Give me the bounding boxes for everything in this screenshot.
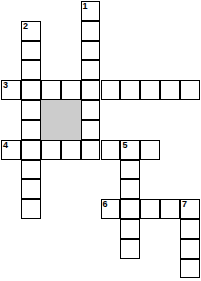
clue-number-5: 5 <box>122 141 127 150</box>
shaded-block-cell-r5c3 <box>61 100 81 120</box>
crossword-puzzle: 1234567 <box>0 0 201 281</box>
answer-cell-r7c0[interactable]: 4 <box>1 140 21 160</box>
answer-cell-r11c6[interactable] <box>120 219 140 239</box>
answer-cell-r7c7[interactable] <box>140 140 160 160</box>
answer-cell-r6c1[interactable] <box>21 120 41 140</box>
answer-cell-r3c4[interactable] <box>81 60 101 80</box>
answer-cell-r5c1[interactable] <box>21 100 41 120</box>
answer-cell-r9c1[interactable] <box>21 179 41 199</box>
answer-cell-r12c6[interactable] <box>120 239 140 259</box>
answer-cell-r2c1[interactable] <box>21 41 41 61</box>
answer-cell-r10c7[interactable] <box>140 199 160 219</box>
answer-cell-r13c9[interactable] <box>180 259 200 279</box>
answer-cell-r7c5[interactable] <box>101 140 121 160</box>
answer-cell-r4c7[interactable] <box>140 80 160 100</box>
answer-cell-r10c5[interactable]: 6 <box>101 199 121 219</box>
answer-cell-r10c1[interactable] <box>21 199 41 219</box>
answer-cell-r1c4[interactable] <box>81 21 101 41</box>
clue-number-2: 2 <box>23 22 28 31</box>
answer-cell-r2c4[interactable] <box>81 41 101 61</box>
answer-cell-r3c1[interactable] <box>21 60 41 80</box>
answer-cell-r12c9[interactable] <box>180 239 200 259</box>
answer-cell-r8c1[interactable] <box>21 160 41 180</box>
answer-cell-r10c8[interactable] <box>160 199 180 219</box>
clue-number-6: 6 <box>103 200 108 209</box>
answer-cell-r7c4[interactable] <box>81 140 101 160</box>
answer-cell-r7c1[interactable] <box>21 140 41 160</box>
answer-cell-r4c2[interactable] <box>41 80 61 100</box>
answer-cell-r4c1[interactable] <box>21 80 41 100</box>
answer-cell-r4c9[interactable] <box>180 80 200 100</box>
answer-cell-r4c4[interactable] <box>81 80 101 100</box>
answer-cell-r4c0[interactable]: 3 <box>1 80 21 100</box>
answer-cell-r8c6[interactable] <box>120 160 140 180</box>
clue-number-7: 7 <box>182 200 187 209</box>
shaded-block-cell-r6c3 <box>61 120 81 140</box>
answer-cell-r1c1[interactable]: 2 <box>21 21 41 41</box>
clue-number-4: 4 <box>3 141 8 150</box>
answer-cell-r10c6[interactable] <box>120 199 140 219</box>
answer-cell-r4c3[interactable] <box>61 80 81 100</box>
shaded-block-cell-r5c2 <box>41 100 61 120</box>
answer-cell-r7c2[interactable] <box>41 140 61 160</box>
shaded-block-cell-r6c2 <box>41 120 61 140</box>
answer-cell-r11c9[interactable] <box>180 219 200 239</box>
answer-cell-r4c8[interactable] <box>160 80 180 100</box>
answer-cell-r5c4[interactable] <box>81 100 101 120</box>
clue-number-1: 1 <box>83 2 88 11</box>
answer-cell-r9c6[interactable] <box>120 179 140 199</box>
answer-cell-r0c4[interactable]: 1 <box>81 1 101 21</box>
answer-cell-r10c9[interactable]: 7 <box>180 199 200 219</box>
crossword-board: 1234567 <box>0 0 201 281</box>
answer-cell-r4c6[interactable] <box>120 80 140 100</box>
answer-cell-r7c3[interactable] <box>61 140 81 160</box>
answer-cell-r6c4[interactable] <box>81 120 101 140</box>
clue-number-3: 3 <box>3 81 8 90</box>
answer-cell-r7c6[interactable]: 5 <box>120 140 140 160</box>
answer-cell-r4c5[interactable] <box>101 80 121 100</box>
